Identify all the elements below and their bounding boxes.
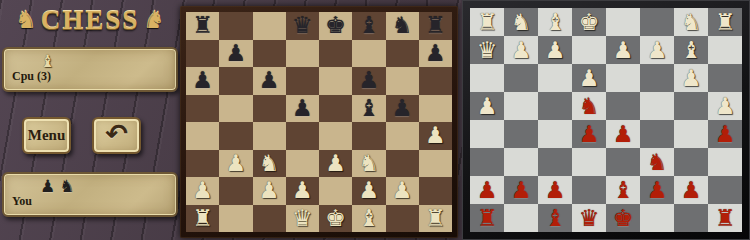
square-a4[interactable]: [186, 122, 219, 150]
square-e2[interactable]: ♝: [606, 176, 640, 204]
wood-chess-board: ♜♛♚♝♞♜♟♟♟♟♟♟♝♟♟♟♞♟♞♟♟♟♟♟♜♛♚♝♜: [180, 6, 458, 238]
red-pawn[interactable]: ♟: [579, 123, 600, 146]
square-f2[interactable]: ♟: [352, 177, 385, 205]
square-d1[interactable]: ♛: [286, 205, 319, 233]
red-pawn[interactable]: ♟: [715, 123, 736, 146]
marble-chess-board: ♜♞♝♚♞♜♛♟♟♟♟♝♟♟♟♞♟♟♟♟♞♟♟♟♝♟♟♜♝♛♚♜: [462, 0, 750, 240]
white-pawn[interactable]: ♟: [359, 179, 380, 202]
square-f7[interactable]: [352, 40, 385, 68]
you-captured-tray: ♟♞: [40, 176, 75, 196]
white-king[interactable]: ♚: [325, 207, 346, 230]
square-a1[interactable]: ♜: [470, 204, 504, 232]
square-h5[interactable]: ♟: [708, 92, 742, 120]
title-knight-right-icon: ♞: [143, 8, 165, 32]
menu-button[interactable]: Menu: [22, 117, 71, 154]
white-pawn[interactable]: ♟: [325, 152, 346, 175]
square-f6[interactable]: [640, 64, 674, 92]
square-f5[interactable]: [640, 92, 674, 120]
square-e3[interactable]: ♟: [319, 150, 352, 178]
square-e4[interactable]: [319, 122, 352, 150]
square-h4[interactable]: ♟: [419, 122, 452, 150]
square-e2[interactable]: [319, 177, 352, 205]
square-d2[interactable]: [572, 176, 606, 204]
white-pawn[interactable]: ♟: [579, 67, 600, 90]
square-e5[interactable]: [319, 95, 352, 123]
title-knight-left-icon: ♞: [15, 8, 37, 32]
square-d3[interactable]: [286, 150, 319, 178]
wood-board-grid: ♜♛♚♝♞♜♟♟♟♟♟♟♝♟♟♟♞♟♞♟♟♟♟♟♜♛♚♝♜: [186, 12, 452, 232]
square-g4[interactable]: [674, 120, 708, 148]
red-rook[interactable]: ♜: [477, 207, 498, 230]
square-g1[interactable]: [674, 204, 708, 232]
square-g7[interactable]: ♝: [674, 36, 708, 64]
black-pawn[interactable]: ♟: [292, 97, 313, 120]
square-c2[interactable]: ♟: [253, 177, 286, 205]
white-bishop[interactable]: ♝: [359, 207, 380, 230]
white-king[interactable]: ♚: [579, 11, 600, 34]
square-f8[interactable]: [640, 8, 674, 36]
white-rook[interactable]: ♜: [192, 207, 213, 230]
white-pawn[interactable]: ♟: [715, 95, 736, 118]
black-pawn[interactable]: ♟: [259, 69, 280, 92]
cpu-player-panel: ♝ Cpu (3): [2, 47, 178, 92]
square-a8[interactable]: ♜: [470, 8, 504, 36]
square-b1[interactable]: [219, 205, 252, 233]
white-pawn[interactable]: ♟: [511, 39, 532, 62]
square-a5[interactable]: ♟: [470, 92, 504, 120]
you-player-panel: ♟♞ You: [2, 172, 178, 217]
black-king[interactable]: ♚: [325, 14, 346, 37]
square-a8[interactable]: ♜: [186, 12, 219, 40]
red-pawn[interactable]: ♟: [477, 179, 498, 202]
white-queen[interactable]: ♛: [477, 39, 498, 62]
black-rook[interactable]: ♜: [192, 14, 213, 37]
square-a6[interactable]: [470, 64, 504, 92]
red-king[interactable]: ♚: [613, 207, 634, 230]
square-b7[interactable]: ♟: [219, 40, 252, 68]
red-rook[interactable]: ♜: [715, 207, 736, 230]
square-b1[interactable]: [504, 204, 538, 232]
square-f4[interactable]: [640, 120, 674, 148]
square-h2[interactable]: [419, 177, 452, 205]
square-h4[interactable]: ♟: [708, 120, 742, 148]
square-g1[interactable]: [386, 205, 419, 233]
square-e1[interactable]: ♚: [606, 204, 640, 232]
square-f1[interactable]: ♝: [352, 205, 385, 233]
square-b7[interactable]: ♟: [504, 36, 538, 64]
white-bishop[interactable]: ♝: [681, 39, 702, 62]
square-f3[interactable]: ♞: [640, 148, 674, 176]
square-d7[interactable]: [286, 40, 319, 68]
square-h1[interactable]: ♜: [419, 205, 452, 233]
white-knight[interactable]: ♞: [359, 152, 380, 175]
square-e8[interactable]: ♚: [319, 12, 352, 40]
square-h2[interactable]: [708, 176, 742, 204]
square-f6[interactable]: ♟: [352, 67, 385, 95]
square-b2[interactable]: [219, 177, 252, 205]
square-b5[interactable]: [504, 92, 538, 120]
square-a3[interactable]: [470, 148, 504, 176]
square-b2[interactable]: ♟: [504, 176, 538, 204]
white-rook[interactable]: ♜: [425, 207, 446, 230]
square-g5[interactable]: [674, 92, 708, 120]
square-b6[interactable]: [504, 64, 538, 92]
square-f5[interactable]: ♝: [352, 95, 385, 123]
square-h3[interactable]: [708, 148, 742, 176]
square-b3[interactable]: [504, 148, 538, 176]
square-a2[interactable]: ♟: [470, 176, 504, 204]
black-bishop[interactable]: ♝: [359, 14, 380, 37]
square-g8[interactable]: ♞: [386, 12, 419, 40]
square-a1[interactable]: ♜: [186, 205, 219, 233]
white-pawn[interactable]: ♟: [681, 67, 702, 90]
square-a7[interactable]: ♛: [470, 36, 504, 64]
square-g5[interactable]: ♟: [386, 95, 419, 123]
square-c4[interactable]: [538, 120, 572, 148]
square-e6[interactable]: [319, 67, 352, 95]
square-c7[interactable]: [253, 40, 286, 68]
square-h8[interactable]: ♜: [419, 12, 452, 40]
square-h8[interactable]: ♜: [708, 8, 742, 36]
square-e7[interactable]: [319, 40, 352, 68]
marble-board-grid: ♜♞♝♚♞♜♛♟♟♟♟♝♟♟♟♞♟♟♟♟♞♟♟♟♝♟♟♜♝♛♚♜: [470, 8, 742, 232]
square-b6[interactable]: [219, 67, 252, 95]
square-f4[interactable]: [352, 122, 385, 150]
square-d3[interactable]: [572, 148, 606, 176]
white-rook[interactable]: ♜: [477, 11, 498, 34]
red-queen[interactable]: ♛: [579, 207, 600, 230]
square-g6[interactable]: [386, 67, 419, 95]
square-d4[interactable]: ♟: [572, 120, 606, 148]
black-pawn[interactable]: ♟: [425, 42, 446, 65]
black-knight[interactable]: ♞: [392, 14, 413, 37]
you-label: You: [12, 194, 32, 209]
square-a6[interactable]: ♟: [186, 67, 219, 95]
square-c5[interactable]: [253, 95, 286, 123]
red-pawn[interactable]: ♟: [545, 179, 566, 202]
square-c3[interactable]: ♞: [253, 150, 286, 178]
black-pawn[interactable]: ♟: [359, 69, 380, 92]
square-f2[interactable]: ♟: [640, 176, 674, 204]
red-bishop[interactable]: ♝: [613, 179, 634, 202]
white-pawn[interactable]: ♟: [392, 179, 413, 202]
white-pawn[interactable]: ♟: [425, 124, 446, 147]
white-pawn[interactable]: ♟: [545, 39, 566, 62]
square-h3[interactable]: [419, 150, 452, 178]
white-pawn[interactable]: ♟: [259, 179, 280, 202]
square-d8[interactable]: ♚: [572, 8, 606, 36]
white-knight[interactable]: ♞: [259, 152, 280, 175]
square-g2[interactable]: ♟: [386, 177, 419, 205]
white-bishop[interactable]: ♝: [545, 11, 566, 34]
square-d2[interactable]: ♟: [286, 177, 319, 205]
red-pawn[interactable]: ♟: [613, 123, 634, 146]
square-e5[interactable]: [606, 92, 640, 120]
square-e7[interactable]: ♟: [606, 36, 640, 64]
square-g2[interactable]: ♟: [674, 176, 708, 204]
square-h6[interactable]: [708, 64, 742, 92]
square-d5[interactable]: ♟: [286, 95, 319, 123]
square-f7[interactable]: ♟: [640, 36, 674, 64]
white-knight[interactable]: ♞: [681, 11, 702, 34]
square-a2[interactable]: ♟: [186, 177, 219, 205]
app-title-text: CHESS: [41, 5, 140, 36]
square-b4[interactable]: [504, 120, 538, 148]
square-h7[interactable]: [708, 36, 742, 64]
square-g4[interactable]: [386, 122, 419, 150]
square-d1[interactable]: ♛: [572, 204, 606, 232]
square-d6[interactable]: [286, 67, 319, 95]
square-g8[interactable]: ♞: [674, 8, 708, 36]
white-queen[interactable]: ♛: [292, 207, 313, 230]
white-knight[interactable]: ♞: [511, 11, 532, 34]
square-e3[interactable]: [606, 148, 640, 176]
square-e1[interactable]: ♚: [319, 205, 352, 233]
square-g7[interactable]: [386, 40, 419, 68]
square-c3[interactable]: [538, 148, 572, 176]
white-pawn[interactable]: ♟: [647, 39, 668, 62]
square-e6[interactable]: [606, 64, 640, 92]
square-b4[interactable]: [219, 122, 252, 150]
square-f3[interactable]: ♞: [352, 150, 385, 178]
square-f8[interactable]: ♝: [352, 12, 385, 40]
square-c8[interactable]: [253, 12, 286, 40]
square-c5[interactable]: [538, 92, 572, 120]
black-rook[interactable]: ♜: [425, 14, 446, 37]
square-g6[interactable]: ♟: [674, 64, 708, 92]
square-c4[interactable]: [253, 122, 286, 150]
white-pawn[interactable]: ♟: [477, 95, 498, 118]
square-c1[interactable]: ♝: [538, 204, 572, 232]
captured-black-pawn: ♟: [40, 176, 55, 196]
white-rook[interactable]: ♜: [715, 11, 736, 34]
square-d5[interactable]: ♞: [572, 92, 606, 120]
red-pawn[interactable]: ♟: [647, 179, 668, 202]
square-g3[interactable]: [386, 150, 419, 178]
cpu-label: Cpu (3): [12, 69, 51, 84]
square-h7[interactable]: ♟: [419, 40, 452, 68]
square-c6[interactable]: [538, 64, 572, 92]
chess-app-screen: ♞ CHESS ♞ ♝ Cpu (3) Menu ↶ ♟♞ You ♜♛♚♝♞♜…: [0, 0, 750, 240]
square-e8[interactable]: [606, 8, 640, 36]
red-pawn[interactable]: ♟: [681, 179, 702, 202]
square-d6[interactable]: ♟: [572, 64, 606, 92]
square-g3[interactable]: [674, 148, 708, 176]
white-pawn[interactable]: ♟: [613, 39, 634, 62]
black-queen[interactable]: ♛: [292, 14, 313, 37]
white-pawn[interactable]: ♟: [226, 152, 247, 175]
white-pawn[interactable]: ♟: [192, 179, 213, 202]
red-pawn[interactable]: ♟: [511, 179, 532, 202]
black-bishop[interactable]: ♝: [359, 97, 380, 120]
square-h5[interactable]: [419, 95, 452, 123]
menu-button-label: Menu: [28, 127, 66, 144]
square-f1[interactable]: [640, 204, 674, 232]
square-a4[interactable]: [470, 120, 504, 148]
square-d8[interactable]: ♛: [286, 12, 319, 40]
white-pawn[interactable]: ♟: [292, 179, 313, 202]
square-b8[interactable]: ♞: [504, 8, 538, 36]
square-c1[interactable]: [253, 205, 286, 233]
square-c2[interactable]: ♟: [538, 176, 572, 204]
square-b5[interactable]: [219, 95, 252, 123]
square-c8[interactable]: ♝: [538, 8, 572, 36]
square-d7[interactable]: [572, 36, 606, 64]
square-h6[interactable]: [419, 67, 452, 95]
square-a3[interactable]: [186, 150, 219, 178]
square-b3[interactable]: ♟: [219, 150, 252, 178]
square-c7[interactable]: ♟: [538, 36, 572, 64]
black-pawn[interactable]: ♟: [192, 69, 213, 92]
undo-button[interactable]: ↶: [92, 117, 141, 154]
red-bishop[interactable]: ♝: [545, 207, 566, 230]
red-knight[interactable]: ♞: [579, 95, 600, 118]
square-h1[interactable]: ♜: [708, 204, 742, 232]
captured-black-knight: ♞: [59, 176, 74, 196]
square-d4[interactable]: [286, 122, 319, 150]
square-a7[interactable]: [186, 40, 219, 68]
square-a5[interactable]: [186, 95, 219, 123]
black-pawn[interactable]: ♟: [226, 42, 247, 65]
square-e4[interactable]: ♟: [606, 120, 640, 148]
app-title: ♞ CHESS ♞: [0, 3, 180, 37]
undo-icon: ↶: [105, 120, 128, 147]
red-knight[interactable]: ♞: [647, 151, 668, 174]
square-c6[interactable]: ♟: [253, 67, 286, 95]
black-pawn[interactable]: ♟: [392, 97, 413, 120]
square-b8[interactable]: [219, 12, 252, 40]
